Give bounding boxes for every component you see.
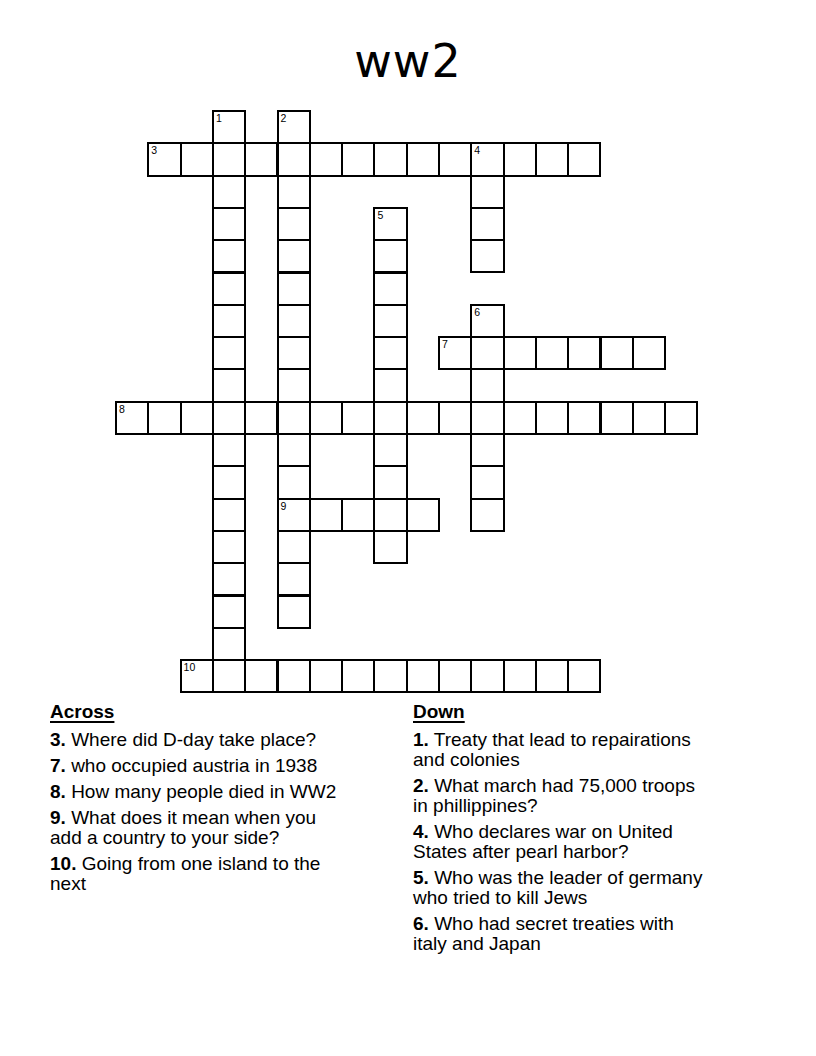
down-clues-section: Down 1. Treaty that lead to repairations… — [413, 701, 747, 960]
grid-cell-r15c5[interactable] — [277, 595, 311, 629]
across-clue-7: 7. who occupied austria in 1938 — [50, 756, 362, 776]
grid-cell-r8c5[interactable] — [277, 368, 311, 402]
grid-cell-r1c10[interactable] — [438, 142, 472, 176]
grid-cell-r9c6[interactable] — [309, 401, 343, 435]
grid-cell-r6c5[interactable] — [277, 304, 311, 338]
grid-cell-r4c5[interactable] — [277, 239, 311, 273]
grid-cell-r4c11[interactable] — [470, 239, 504, 273]
grid-cell-r1c7[interactable] — [341, 142, 375, 176]
grid-cell-r7c3[interactable] — [212, 336, 246, 370]
grid-cell-r5c8[interactable] — [373, 272, 407, 306]
clue-number-9: 9 — [281, 501, 287, 512]
across-header: Across — [50, 701, 362, 722]
grid-cell-r7c12[interactable] — [503, 336, 537, 370]
grid-cell-r15c3[interactable] — [212, 595, 246, 629]
grid-cell-r2c3[interactable] — [212, 175, 246, 209]
grid-cell-r1c9[interactable] — [406, 142, 440, 176]
grid-cell-r12c7[interactable] — [341, 498, 375, 532]
grid-cell-r14c3[interactable] — [212, 562, 246, 596]
grid-cell-r9c16[interactable] — [632, 401, 666, 435]
grid-cell-r4c8[interactable] — [373, 239, 407, 273]
grid-cell-r0c3[interactable]: 1 — [212, 110, 246, 144]
grid-cell-r17c11[interactable] — [470, 659, 504, 693]
grid-cell-r1c1[interactable]: 3 — [147, 142, 181, 176]
grid-cell-r1c12[interactable] — [503, 142, 537, 176]
crossword-grid: 12345678910 — [115, 110, 698, 693]
grid-cell-r13c3[interactable] — [212, 530, 246, 564]
grid-cell-r11c3[interactable] — [212, 465, 246, 499]
grid-cell-r1c4[interactable] — [244, 142, 278, 176]
grid-cell-r1c6[interactable] — [309, 142, 343, 176]
clue-number-2: 2 — [281, 113, 287, 124]
grid-cell-r9c7[interactable] — [341, 401, 375, 435]
grid-cell-r1c11[interactable]: 4 — [470, 142, 504, 176]
down-clue-number-label: 5. — [413, 867, 429, 888]
across-clue-list: 3. Where did D-day take place?7. who occ… — [50, 730, 362, 894]
down-clue-5: 5. Who was the leader of germanywho trie… — [413, 868, 747, 908]
across-clue-3: 3. Where did D-day take place? — [50, 730, 362, 750]
clue-number-10: 10 — [184, 662, 196, 673]
grid-cell-r7c11[interactable] — [470, 336, 504, 370]
across-clue-number-label: 8. — [50, 781, 66, 802]
grid-cell-r3c5[interactable] — [277, 207, 311, 241]
grid-cell-r12c5[interactable]: 9 — [277, 498, 311, 532]
grid-cell-r14c5[interactable] — [277, 562, 311, 596]
grid-cell-r9c3[interactable] — [212, 401, 246, 435]
down-clue-list: 1. Treaty that lead to repairationsand c… — [413, 730, 747, 954]
grid-cell-r6c8[interactable] — [373, 304, 407, 338]
grid-cell-r9c15[interactable] — [600, 401, 634, 435]
grid-cell-r1c14[interactable] — [567, 142, 601, 176]
grid-cell-r9c0[interactable]: 8 — [115, 401, 149, 435]
grid-cell-r9c8[interactable] — [373, 401, 407, 435]
grid-cell-r2c11[interactable] — [470, 175, 504, 209]
grid-cell-r12c6[interactable] — [309, 498, 343, 532]
grid-cell-r9c5[interactable] — [277, 401, 311, 435]
clue-number-5: 5 — [377, 210, 383, 221]
grid-cell-r9c12[interactable] — [503, 401, 537, 435]
grid-cell-r8c3[interactable] — [212, 368, 246, 402]
grid-cell-r16c3[interactable] — [212, 627, 246, 661]
grid-cell-r6c3[interactable] — [212, 304, 246, 338]
grid-cell-r10c3[interactable] — [212, 433, 246, 467]
across-clue-number-label: 3. — [50, 729, 66, 750]
grid-cell-r7c8[interactable] — [373, 336, 407, 370]
grid-cell-r9c11[interactable] — [470, 401, 504, 435]
grid-cell-r10c5[interactable] — [277, 433, 311, 467]
grid-cell-r3c8[interactable]: 5 — [373, 207, 407, 241]
down-clue-number-label: 2. — [413, 775, 429, 796]
grid-cell-r7c14[interactable] — [567, 336, 601, 370]
grid-cell-r12c11[interactable] — [470, 498, 504, 532]
grid-cell-r7c13[interactable] — [535, 336, 569, 370]
grid-cell-r1c8[interactable] — [373, 142, 407, 176]
grid-cell-r13c5[interactable] — [277, 530, 311, 564]
grid-cell-r0c5[interactable]: 2 — [277, 110, 311, 144]
across-clue-number-label: 9. — [50, 807, 66, 828]
across-clue-8: 8. How many people died in WW2 — [50, 782, 362, 802]
grid-cell-r2c5[interactable] — [277, 175, 311, 209]
grid-cell-r1c2[interactable] — [180, 142, 214, 176]
grid-cell-r9c17[interactable] — [664, 401, 698, 435]
down-clue-1: 1. Treaty that lead to repairationsand c… — [413, 730, 747, 770]
page: ww2 12345678910 Across 3. Where did D-da… — [0, 0, 816, 1056]
grid-cell-r17c13[interactable] — [535, 659, 569, 693]
clue-number-3: 3 — [151, 145, 157, 156]
clue-number-7: 7 — [442, 339, 448, 350]
grid-cell-r12c3[interactable] — [212, 498, 246, 532]
grid-cell-r6c11[interactable]: 6 — [470, 304, 504, 338]
grid-cell-r7c5[interactable] — [277, 336, 311, 370]
across-clue-number-label: 10. — [50, 853, 76, 874]
grid-cell-r7c15[interactable] — [600, 336, 634, 370]
grid-cell-r8c8[interactable] — [373, 368, 407, 402]
grid-cell-r17c5[interactable] — [277, 659, 311, 693]
across-clue-number-label: 7. — [50, 755, 66, 776]
down-clue-2: 2. What march had 75,000 troopsin philli… — [413, 776, 747, 816]
grid-cell-r11c5[interactable] — [277, 465, 311, 499]
grid-cell-r12c9[interactable] — [406, 498, 440, 532]
clue-number-1: 1 — [216, 113, 222, 124]
grid-cell-r9c1[interactable] — [147, 401, 181, 435]
grid-cell-r17c12[interactable] — [503, 659, 537, 693]
grid-cell-r7c16[interactable] — [632, 336, 666, 370]
down-clue-4: 4. Who declares war on UnitedStates afte… — [413, 822, 747, 862]
grid-cell-r9c2[interactable] — [180, 401, 214, 435]
grid-cell-r17c10[interactable] — [438, 659, 472, 693]
down-clue-number-label: 1. — [413, 729, 429, 750]
across-clue-9: 9. What does it mean when youadd a count… — [50, 808, 362, 848]
clue-number-8: 8 — [119, 404, 125, 415]
down-clue-6: 6. Who had secret treaties withitaly and… — [413, 914, 747, 954]
grid-cell-r9c9[interactable] — [406, 401, 440, 435]
grid-cell-r3c3[interactable] — [212, 207, 246, 241]
grid-cell-r17c2[interactable]: 10 — [180, 659, 214, 693]
down-clue-number-label: 4. — [413, 821, 429, 842]
grid-cell-r8c11[interactable] — [470, 368, 504, 402]
grid-cell-r13c8[interactable] — [373, 530, 407, 564]
grid-cell-r9c10[interactable] — [438, 401, 472, 435]
grid-cell-r1c13[interactable] — [535, 142, 569, 176]
grid-cell-r9c14[interactable] — [567, 401, 601, 435]
grid-cell-r17c14[interactable] — [567, 659, 601, 693]
grid-cell-r3c11[interactable] — [470, 207, 504, 241]
clue-number-6: 6 — [474, 307, 480, 318]
grid-cell-r1c3[interactable] — [212, 142, 246, 176]
grid-cell-r5c3[interactable] — [212, 272, 246, 306]
down-header: Down — [413, 701, 747, 722]
grid-cell-r17c8[interactable] — [373, 659, 407, 693]
grid-cell-r17c6[interactable] — [309, 659, 343, 693]
grid-cell-r11c11[interactable] — [470, 465, 504, 499]
grid-cell-r4c3[interactable] — [212, 239, 246, 273]
grid-cell-r7c10[interactable]: 7 — [438, 336, 472, 370]
grid-cell-r17c3[interactable] — [212, 659, 246, 693]
grid-cell-r1c5[interactable] — [277, 142, 311, 176]
clue-number-4: 4 — [474, 145, 480, 156]
grid-cell-r5c5[interactable] — [277, 272, 311, 306]
grid-cell-r11c8[interactable] — [373, 465, 407, 499]
grid-cell-r9c4[interactable] — [244, 401, 278, 435]
grid-cell-r9c13[interactable] — [535, 401, 569, 435]
grid-cell-r10c8[interactable] — [373, 433, 407, 467]
grid-cell-r17c9[interactable] — [406, 659, 440, 693]
grid-cell-r10c11[interactable] — [470, 433, 504, 467]
across-clue-10: 10. Going from one island to thenext — [50, 854, 362, 894]
grid-cell-r17c7[interactable] — [341, 659, 375, 693]
grid-cell-r12c8[interactable] — [373, 498, 407, 532]
down-clue-number-label: 6. — [413, 913, 429, 934]
across-clues-section: Across 3. Where did D-day take place?7. … — [50, 701, 362, 900]
puzzle-title: ww2 — [0, 34, 816, 88]
grid-cell-r17c4[interactable] — [244, 659, 278, 693]
